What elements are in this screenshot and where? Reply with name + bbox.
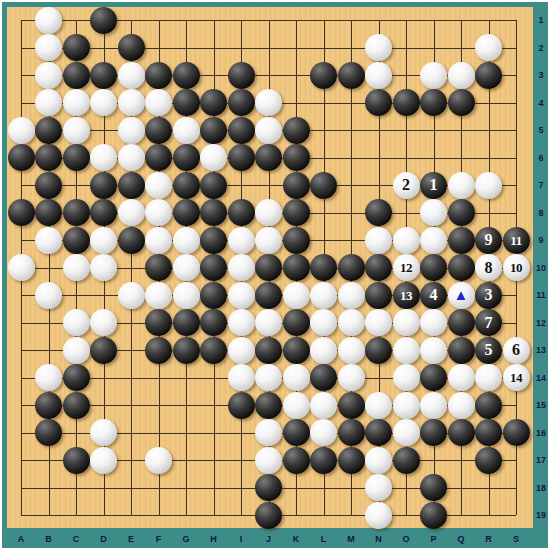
stone	[35, 7, 62, 34]
stone	[118, 144, 145, 171]
row-label: 6	[538, 153, 543, 163]
stone	[255, 282, 282, 309]
row-label: 10	[536, 263, 546, 273]
stone	[63, 447, 90, 474]
stone	[393, 309, 420, 336]
stone	[35, 117, 62, 144]
stone	[475, 447, 502, 474]
column-label: O	[402, 534, 409, 544]
move-number: 14	[510, 371, 522, 384]
column-label: E	[128, 534, 134, 544]
stone	[63, 227, 90, 254]
stone	[420, 227, 447, 254]
stone	[90, 227, 117, 254]
stone	[338, 364, 365, 391]
row-label: 17	[536, 455, 546, 465]
stone	[35, 62, 62, 89]
column-label: S	[513, 534, 519, 544]
stone	[228, 309, 255, 336]
column-label: D	[100, 534, 107, 544]
row-label: 15	[536, 400, 546, 410]
stone	[393, 364, 420, 391]
move-number: 7	[485, 314, 493, 330]
stone	[173, 172, 200, 199]
stone	[200, 309, 227, 336]
stone	[118, 172, 145, 199]
row-label: 8	[538, 208, 543, 218]
move-number: 10	[510, 261, 522, 274]
stone	[35, 419, 62, 446]
stone	[255, 337, 282, 364]
stone	[283, 309, 310, 336]
stone	[310, 364, 337, 391]
stone	[63, 364, 90, 391]
stone	[255, 392, 282, 419]
stone	[90, 89, 117, 116]
numbered-stone-7: 7	[475, 309, 502, 336]
row-label: 16	[536, 428, 546, 438]
stone	[145, 227, 172, 254]
numbered-stone-10: 10	[503, 254, 530, 281]
stone	[420, 502, 447, 529]
row-label: 19	[536, 510, 546, 520]
stone	[475, 62, 502, 89]
column-label: Q	[457, 534, 464, 544]
stone	[310, 282, 337, 309]
column-label: P	[430, 534, 436, 544]
stone	[365, 309, 392, 336]
numbered-stone-14: 14	[503, 364, 530, 391]
stone	[118, 117, 145, 144]
stone	[310, 254, 337, 281]
stone	[145, 144, 172, 171]
stone	[420, 199, 447, 226]
stone	[393, 89, 420, 116]
row-label: 9	[538, 235, 543, 245]
move-number: 4	[430, 287, 438, 303]
stone	[420, 309, 447, 336]
stone	[228, 254, 255, 281]
stone	[338, 282, 365, 309]
stone	[118, 89, 145, 116]
stone	[35, 172, 62, 199]
stone	[448, 227, 475, 254]
stone	[118, 199, 145, 226]
stone	[448, 254, 475, 281]
stone	[420, 337, 447, 364]
stone: ▲	[448, 282, 475, 309]
stone	[35, 364, 62, 391]
stone	[228, 117, 255, 144]
stone	[310, 447, 337, 474]
move-number: 3	[485, 287, 493, 303]
numbered-stone-11: 11	[503, 227, 530, 254]
stone	[173, 89, 200, 116]
column-label: G	[182, 534, 189, 544]
column-label: C	[73, 534, 80, 544]
numbered-stone-5: 5	[475, 337, 502, 364]
stone	[365, 62, 392, 89]
stone	[475, 419, 502, 446]
stone	[63, 199, 90, 226]
column-label: H	[210, 534, 217, 544]
column-label: L	[321, 534, 327, 544]
numbered-stone-6: 6	[503, 337, 530, 364]
stone	[90, 419, 117, 446]
stone	[35, 34, 62, 61]
stone	[255, 199, 282, 226]
stone	[173, 62, 200, 89]
stone	[228, 282, 255, 309]
stone	[365, 34, 392, 61]
stone	[145, 309, 172, 336]
stone	[90, 7, 117, 34]
row-label: 3	[538, 70, 543, 80]
stone	[145, 172, 172, 199]
stone	[420, 419, 447, 446]
move-number: 1	[430, 177, 438, 193]
stone	[255, 419, 282, 446]
stone	[8, 144, 35, 171]
stone	[255, 447, 282, 474]
stone	[63, 254, 90, 281]
stone	[283, 282, 310, 309]
numbered-stone-9: 9	[475, 227, 502, 254]
stone	[118, 34, 145, 61]
stone	[118, 227, 145, 254]
stone	[420, 364, 447, 391]
stone	[283, 392, 310, 419]
column-label: F	[156, 534, 162, 544]
stone	[283, 337, 310, 364]
stone	[200, 282, 227, 309]
stone	[338, 254, 365, 281]
stone	[145, 282, 172, 309]
numbered-stone-1: 1	[420, 172, 447, 199]
move-number: 11	[510, 233, 521, 246]
stone	[90, 62, 117, 89]
move-number: 2	[402, 177, 410, 193]
stone	[310, 62, 337, 89]
stone	[228, 144, 255, 171]
stone	[35, 392, 62, 419]
stone	[35, 144, 62, 171]
stone	[448, 309, 475, 336]
stone	[338, 392, 365, 419]
stone	[173, 337, 200, 364]
row-label: 11	[536, 290, 546, 300]
stone	[173, 144, 200, 171]
stone	[365, 447, 392, 474]
numbered-stone-12: 12	[393, 254, 420, 281]
stone	[90, 309, 117, 336]
row-label: 2	[538, 43, 543, 53]
stone	[90, 172, 117, 199]
stone	[365, 392, 392, 419]
stone	[503, 419, 530, 446]
row-label: 12	[536, 318, 546, 328]
stone	[448, 172, 475, 199]
stone	[145, 254, 172, 281]
stone	[448, 89, 475, 116]
move-number: 5	[485, 342, 493, 358]
stone	[35, 199, 62, 226]
stone	[63, 117, 90, 144]
move-number: 8	[485, 259, 493, 275]
stone	[173, 254, 200, 281]
numbered-stone-8: 8	[475, 254, 502, 281]
stone	[365, 337, 392, 364]
stone	[448, 364, 475, 391]
stone	[35, 282, 62, 309]
stone	[310, 172, 337, 199]
stone	[90, 447, 117, 474]
stone	[283, 172, 310, 199]
numbered-stone-3: 3	[475, 282, 502, 309]
stone	[145, 62, 172, 89]
stone	[118, 62, 145, 89]
stone	[63, 144, 90, 171]
stone	[448, 392, 475, 419]
stone	[200, 144, 227, 171]
stone	[145, 447, 172, 474]
stone	[8, 199, 35, 226]
column-label: J	[266, 534, 271, 544]
stone	[365, 474, 392, 501]
stone	[365, 227, 392, 254]
row-label: 5	[538, 125, 543, 135]
stone	[448, 199, 475, 226]
stone	[90, 337, 117, 364]
stone	[200, 227, 227, 254]
stone	[200, 254, 227, 281]
stone	[338, 309, 365, 336]
stone	[228, 337, 255, 364]
stone	[35, 89, 62, 116]
move-number: 12	[400, 261, 412, 274]
stone	[63, 34, 90, 61]
stone	[173, 309, 200, 336]
stone	[283, 447, 310, 474]
stone	[255, 309, 282, 336]
stone	[420, 474, 447, 501]
stone	[145, 337, 172, 364]
stone	[310, 419, 337, 446]
stone	[283, 419, 310, 446]
stone	[90, 254, 117, 281]
stone	[338, 337, 365, 364]
stone	[90, 144, 117, 171]
go-game-screenshot: ABCDEFGHIJKLMNOPQRS123456789101112131415…	[0, 0, 550, 550]
stone	[365, 502, 392, 529]
stone	[310, 337, 337, 364]
stone	[365, 199, 392, 226]
stone	[338, 447, 365, 474]
stone	[255, 117, 282, 144]
stone	[338, 62, 365, 89]
stone	[8, 254, 35, 281]
stone	[475, 364, 502, 391]
move-number: 6	[512, 342, 520, 358]
row-label: 13	[536, 345, 546, 355]
numbered-stone-4: 4	[420, 282, 447, 309]
stone	[118, 282, 145, 309]
stone	[475, 34, 502, 61]
column-label: A	[18, 534, 25, 544]
stone	[255, 474, 282, 501]
stone	[475, 392, 502, 419]
stone	[365, 254, 392, 281]
stone	[200, 172, 227, 199]
stone	[145, 117, 172, 144]
stone	[283, 364, 310, 391]
stone	[228, 199, 255, 226]
stone	[365, 419, 392, 446]
stone	[255, 89, 282, 116]
stone	[283, 227, 310, 254]
column-label: I	[240, 534, 243, 544]
stone	[420, 392, 447, 419]
row-label: 7	[538, 180, 543, 190]
stone	[145, 89, 172, 116]
row-label: 14	[536, 373, 546, 383]
stone	[63, 62, 90, 89]
stone	[365, 282, 392, 309]
column-label: M	[347, 534, 355, 544]
stone	[145, 199, 172, 226]
stone	[63, 309, 90, 336]
numbered-stone-13: 13	[393, 282, 420, 309]
row-label: 18	[536, 483, 546, 493]
stone	[63, 89, 90, 116]
stone	[173, 282, 200, 309]
stone	[255, 254, 282, 281]
stone	[420, 62, 447, 89]
stone	[283, 199, 310, 226]
stone	[255, 144, 282, 171]
stone	[420, 89, 447, 116]
stone	[448, 337, 475, 364]
stone	[90, 199, 117, 226]
stone	[420, 254, 447, 281]
stone	[283, 144, 310, 171]
stone	[393, 337, 420, 364]
stone	[228, 364, 255, 391]
stone	[63, 392, 90, 419]
stone	[393, 392, 420, 419]
column-label: K	[293, 534, 300, 544]
column-label: N	[375, 534, 382, 544]
stone	[228, 392, 255, 419]
stone	[255, 364, 282, 391]
stone	[8, 117, 35, 144]
row-label: 1	[538, 15, 543, 25]
stone	[475, 172, 502, 199]
stone	[448, 419, 475, 446]
column-label: B	[45, 534, 52, 544]
move-number: 9	[485, 232, 493, 248]
stone	[173, 117, 200, 144]
stone	[200, 199, 227, 226]
stone	[228, 227, 255, 254]
stone	[173, 227, 200, 254]
stone	[393, 447, 420, 474]
stone	[310, 309, 337, 336]
stone	[200, 337, 227, 364]
stone	[283, 117, 310, 144]
stone	[310, 392, 337, 419]
stone	[338, 419, 365, 446]
row-label: 4	[538, 98, 543, 108]
stone	[35, 227, 62, 254]
column-label: R	[485, 534, 492, 544]
stone	[228, 89, 255, 116]
stone	[63, 337, 90, 364]
stone	[283, 254, 310, 281]
stone	[393, 419, 420, 446]
stone	[255, 502, 282, 529]
stone	[200, 117, 227, 144]
stone	[200, 89, 227, 116]
stone	[173, 199, 200, 226]
triangle-marker-icon: ▲	[454, 287, 469, 302]
stone	[393, 227, 420, 254]
move-number: 13	[400, 288, 412, 301]
numbered-stone-2: 2	[393, 172, 420, 199]
stone	[448, 62, 475, 89]
stone	[255, 227, 282, 254]
stone	[228, 62, 255, 89]
stone	[365, 89, 392, 116]
